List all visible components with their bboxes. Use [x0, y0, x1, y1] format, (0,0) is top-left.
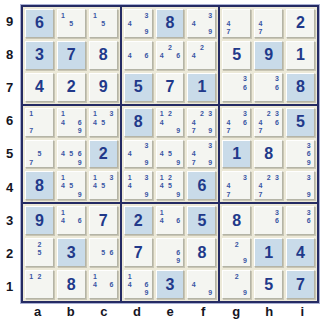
pencilmark-3: 3 — [206, 142, 214, 150]
pencilmark-9: 9 — [75, 190, 83, 198]
pencilmark-7: 7 — [256, 190, 264, 198]
pencilmark-5: 5 — [166, 182, 174, 190]
pencilmark-1: 1 — [27, 110, 35, 118]
pencilmark-3: 3 — [241, 110, 249, 118]
cell-f4[interactable]: 6 — [187, 171, 216, 200]
cell-b7[interactable]: 2 — [57, 73, 86, 102]
pencilmark-9: 9 — [206, 289, 214, 297]
digit: 4 — [35, 79, 44, 95]
pencilmark-5: 5 — [99, 249, 107, 257]
pencilmark-3: 3 — [142, 142, 150, 150]
pencilmarks: 36 — [256, 75, 281, 100]
pencilmark-6: 6 — [107, 280, 115, 288]
cell-d5[interactable]: 349 — [124, 140, 153, 169]
pencilmarks: 36 — [256, 208, 281, 233]
pencilmark-9: 9 — [174, 158, 182, 166]
pencilmark-3: 3 — [273, 208, 281, 216]
cell-c9[interactable]: 15 — [89, 9, 118, 38]
cell-h3[interactable]: 36 — [254, 206, 283, 235]
cell-b9[interactable]: 15 — [57, 9, 86, 38]
digit: 1 — [232, 146, 241, 162]
pencilmark-5: 5 — [166, 150, 174, 158]
pencilmark-3: 3 — [241, 173, 249, 181]
pencilmark-2: 2 — [233, 272, 241, 280]
cell-a9[interactable]: 6 — [25, 9, 54, 38]
cell-h5[interactable]: 8 — [254, 140, 283, 169]
cell-d2[interactable]: 7 — [124, 238, 153, 267]
pencilmark-4: 4 — [91, 182, 99, 190]
pencilmark-2: 2 — [198, 110, 206, 118]
pencilmark-1: 1 — [27, 272, 35, 280]
cell-a5[interactable]: 57 — [25, 140, 54, 169]
pencilmark-9: 9 — [75, 158, 83, 166]
pencilmark-4: 4 — [126, 51, 134, 59]
pencilmarks: 36 — [224, 75, 249, 100]
pencilmarks: 12 — [27, 272, 52, 297]
pencilmark-4: 4 — [189, 280, 197, 288]
pencilmark-1: 1 — [59, 11, 67, 19]
pencilmark-3: 3 — [305, 173, 313, 181]
pencilmarks: 29 — [224, 272, 249, 297]
pencilmark-2: 2 — [166, 110, 174, 118]
cell-e6[interactable]: 1249 — [156, 108, 185, 137]
cell-d3[interactable]: 2 — [124, 206, 153, 235]
digit: 8 — [134, 114, 143, 130]
pencilmark-5: 5 — [99, 118, 107, 126]
digit: 7 — [99, 213, 108, 229]
box-r2c2: 8363629142957 — [220, 204, 317, 301]
cell-a7[interactable]: 4 — [25, 73, 54, 102]
row-label-8: 8 — [0, 38, 19, 71]
cell-d4[interactable]: 1349 — [124, 171, 153, 200]
pencilmark-5: 5 — [67, 182, 75, 190]
pencilmarks: 146 — [158, 208, 183, 233]
pencilmarks: 4569 — [59, 142, 84, 167]
pencilmark-3: 3 — [142, 173, 150, 181]
cell-c8[interactable]: 8 — [89, 41, 118, 70]
pencilmark-4: 4 — [158, 118, 166, 126]
pencilmarks: 349 — [189, 11, 214, 36]
pencilmark-4: 4 — [224, 182, 232, 190]
cell-e4[interactable]: 12459 — [156, 171, 185, 200]
pencilmark-7: 7 — [256, 28, 264, 36]
cell-i9[interactable]: 2 — [286, 9, 315, 38]
digit: 8 — [296, 79, 305, 95]
cell-b3[interactable]: 146 — [57, 206, 86, 235]
pencilmarks: 146 — [59, 208, 84, 233]
digit: 8 — [166, 15, 175, 31]
pencilmarks: 1469 — [126, 272, 151, 297]
pencilmark-1: 1 — [91, 110, 99, 118]
digit: 7 — [134, 245, 143, 261]
cell-g7[interactable]: 36 — [222, 73, 251, 102]
cell-b8[interactable]: 7 — [57, 41, 86, 70]
pencilmark-2: 2 — [35, 240, 43, 248]
pencilmark-6: 6 — [174, 217, 182, 225]
digit: 5 — [296, 114, 305, 130]
col-label-f: f — [187, 303, 220, 320]
digit: 7 — [67, 47, 76, 63]
digit: 3 — [67, 245, 76, 261]
pencilmark-4: 4 — [158, 51, 166, 59]
row-label-6: 6 — [0, 104, 19, 137]
pencilmark-5: 5 — [35, 150, 43, 158]
pencilmarks: 349 — [126, 11, 151, 36]
pencilmark-6: 6 — [107, 249, 115, 257]
cell-h4[interactable]: 2347 — [254, 171, 283, 200]
pencilmark-7: 7 — [224, 190, 232, 198]
cell-g2[interactable]: 29 — [222, 238, 251, 267]
box-r1c2: 346723467518369347234739 — [220, 106, 317, 203]
cell-d9[interactable]: 349 — [124, 9, 153, 38]
cell-f6[interactable]: 23479 — [187, 108, 216, 137]
pencilmark-6: 6 — [273, 118, 281, 126]
cell-a1[interactable]: 12 — [25, 270, 54, 299]
digit: 8 — [264, 146, 273, 162]
pencilmark-9: 9 — [174, 190, 182, 198]
digit: 3 — [35, 47, 44, 63]
cell-i7[interactable]: 8 — [286, 73, 315, 102]
cell-d7[interactable]: 5 — [124, 73, 153, 102]
digit: 8 — [197, 245, 206, 261]
row-label-7: 7 — [0, 71, 19, 104]
digit: 5 — [232, 47, 241, 63]
pencilmark-5: 5 — [99, 182, 107, 190]
row-label-2: 2 — [0, 237, 19, 270]
pencilmark-2: 2 — [198, 43, 206, 51]
col-label-a: a — [21, 303, 54, 320]
digit: 5 — [197, 213, 206, 229]
cell-h6[interactable]: 23467 — [254, 108, 283, 137]
pencilmarks: 36 — [288, 208, 313, 233]
pencilmark-7: 7 — [224, 28, 232, 36]
pencilmark-5: 5 — [67, 19, 75, 27]
pencilmarks: 17 — [27, 110, 52, 135]
pencilmark-9: 9 — [174, 257, 182, 265]
pencilmark-3: 3 — [273, 173, 281, 181]
pencilmarks: 15 — [59, 11, 84, 36]
cell-e1[interactable]: 3 — [156, 270, 185, 299]
pencilmark-1: 1 — [59, 110, 67, 118]
row-label-4: 4 — [0, 171, 19, 204]
col-label-c: c — [87, 303, 120, 320]
pencilmark-4: 4 — [91, 118, 99, 126]
digit: 8 — [67, 277, 76, 293]
pencilmarks: 349 — [126, 142, 151, 167]
pencilmarks: 39 — [288, 173, 313, 198]
pencilmark-7: 7 — [189, 126, 197, 134]
cell-g5[interactable]: 1 — [222, 140, 251, 169]
cell-i8[interactable]: 1 — [286, 41, 315, 70]
pencilmark-4: 4 — [126, 280, 134, 288]
pencilmark-5: 5 — [35, 249, 43, 257]
pencilmarks: 1345 — [91, 110, 116, 135]
cell-a4[interactable]: 8 — [25, 171, 54, 200]
cell-b6[interactable]: 1469 — [57, 108, 86, 137]
row-label-5: 5 — [0, 137, 19, 170]
pencilmarks: 57 — [27, 142, 52, 167]
digit: 8 — [232, 213, 241, 229]
pencilmark-4: 4 — [189, 118, 197, 126]
pencilmark-4: 4 — [189, 150, 197, 158]
pencilmark-4: 4 — [91, 280, 99, 288]
pencilmark-4: 4 — [189, 19, 197, 27]
pencilmarks: 15 — [91, 11, 116, 36]
pencilmark-1: 1 — [91, 173, 99, 181]
pencilmark-6: 6 — [142, 51, 150, 59]
pencilmarks: 3467 — [224, 110, 249, 135]
digit: 2 — [296, 15, 305, 31]
row-label-1: 1 — [0, 270, 19, 303]
col-label-h: h — [253, 303, 286, 320]
col-label-g: g — [220, 303, 253, 320]
cell-i4[interactable]: 39 — [286, 171, 315, 200]
pencilmarks: 23479 — [189, 110, 214, 135]
cell-g4[interactable]: 347 — [222, 171, 251, 200]
box-r0c2: 4747259136368 — [220, 7, 317, 104]
pencilmark-4: 4 — [59, 118, 67, 126]
pencilmark-3: 3 — [305, 142, 313, 150]
pencilmark-9: 9 — [75, 126, 83, 134]
pencilmark-4: 4 — [158, 182, 166, 190]
digit: 9 — [264, 47, 273, 63]
cell-g8[interactable]: 5 — [222, 41, 251, 70]
pencilmarks: 47 — [256, 11, 281, 36]
cell-d1[interactable]: 1469 — [124, 270, 153, 299]
digit: 9 — [99, 79, 108, 95]
pencilmark-6: 6 — [174, 51, 182, 59]
digit: 2 — [67, 79, 76, 95]
column-coordinate-labels: abcdefghi — [21, 303, 319, 320]
pencilmark-3: 3 — [142, 11, 150, 19]
cell-e9[interactable]: 8 — [156, 9, 185, 38]
cell-h2[interactable]: 1 — [254, 238, 283, 267]
box-r2c1: 2146576981469349 — [122, 204, 219, 301]
cell-f2[interactable]: 8 — [187, 238, 216, 267]
cell-a2[interactable]: 25 — [25, 238, 54, 267]
cell-b2[interactable]: 3 — [57, 238, 86, 267]
pencilmarks: 12459 — [158, 173, 183, 198]
pencilmark-4: 4 — [256, 118, 264, 126]
cell-h7[interactable]: 36 — [254, 73, 283, 102]
cell-c1[interactable]: 146 — [89, 270, 118, 299]
pencilmarks: 1349 — [126, 173, 151, 198]
cell-d8[interactable]: 46 — [124, 41, 153, 70]
pencilmark-2: 2 — [166, 43, 174, 51]
pencilmark-2: 2 — [166, 173, 174, 181]
cell-c4[interactable]: 1345 — [89, 171, 118, 200]
pencilmark-6: 6 — [174, 249, 182, 257]
pencilmarks: 459 — [158, 142, 183, 167]
pencilmark-4: 4 — [59, 150, 67, 158]
box-r2c0: 9146725356128146 — [23, 204, 120, 301]
pencilmark-6: 6 — [75, 217, 83, 225]
pencilmark-3: 3 — [206, 11, 214, 19]
pencilmark-9: 9 — [206, 126, 214, 134]
pencilmarks: 146 — [91, 272, 116, 297]
digit: 5 — [134, 79, 143, 95]
cell-e2[interactable]: 69 — [156, 238, 185, 267]
cell-h1[interactable]: 5 — [254, 270, 283, 299]
pencilmark-3: 3 — [206, 110, 214, 118]
box-r1c1: 812492347934945934791349124596 — [122, 106, 219, 203]
pencilmark-4: 4 — [256, 182, 264, 190]
pencilmark-4: 4 — [224, 19, 232, 27]
digit: 1 — [296, 47, 305, 63]
cell-h9[interactable]: 47 — [254, 9, 283, 38]
pencilmark-4: 4 — [189, 51, 197, 59]
cell-f9[interactable]: 349 — [187, 9, 216, 38]
pencilmark-1: 1 — [126, 173, 134, 181]
pencilmark-4: 4 — [59, 217, 67, 225]
pencilmark-6: 6 — [305, 217, 313, 225]
digit: 3 — [166, 277, 175, 293]
col-label-i: i — [286, 303, 319, 320]
pencilmark-5: 5 — [99, 19, 107, 27]
cell-a8[interactable]: 3 — [25, 41, 54, 70]
cell-c2[interactable]: 56 — [89, 238, 118, 267]
pencilmarks: 1345 — [91, 173, 116, 198]
pencilmark-6: 6 — [273, 83, 281, 91]
digit: 9 — [35, 213, 44, 229]
cell-a3[interactable]: 9 — [25, 206, 54, 235]
digit: 2 — [99, 146, 108, 162]
cell-e7[interactable]: 7 — [156, 73, 185, 102]
cell-i6[interactable]: 5 — [286, 108, 315, 137]
cell-e3[interactable]: 146 — [156, 206, 185, 235]
box-r1c0: 17146913455745692814591345 — [23, 106, 120, 203]
digit: 8 — [35, 178, 44, 194]
row-label-9: 9 — [0, 5, 19, 38]
cell-f1[interactable]: 49 — [187, 270, 216, 299]
pencilmark-1: 1 — [91, 272, 99, 280]
cell-g3[interactable]: 8 — [222, 206, 251, 235]
pencilmark-1: 1 — [158, 173, 166, 181]
pencilmark-4: 4 — [224, 118, 232, 126]
pencilmarks: 69 — [158, 240, 183, 265]
pencilmark-9: 9 — [174, 126, 182, 134]
cell-d6[interactable]: 8 — [124, 108, 153, 137]
pencilmarks: 347 — [224, 173, 249, 198]
digit: 8 — [99, 47, 108, 63]
pencilmark-6: 6 — [241, 118, 249, 126]
pencilmarks: 56 — [91, 240, 116, 265]
cell-g1[interactable]: 29 — [222, 270, 251, 299]
pencilmark-9: 9 — [305, 190, 313, 198]
row-label-3: 3 — [0, 204, 19, 237]
cell-c7[interactable]: 9 — [89, 73, 118, 102]
pencilmarks: 1469 — [59, 110, 84, 135]
pencilmark-4: 4 — [126, 150, 134, 158]
pencilmark-3: 3 — [241, 75, 249, 83]
pencilmark-6: 6 — [75, 150, 83, 158]
pencilmarks: 47 — [224, 11, 249, 36]
pencilmarks: 246 — [158, 43, 183, 68]
pencilmark-2: 2 — [265, 173, 273, 181]
cell-g6[interactable]: 3467 — [222, 108, 251, 137]
pencilmark-7: 7 — [27, 158, 35, 166]
cell-i5[interactable]: 369 — [286, 140, 315, 169]
row-coordinate-labels: 987654321 — [0, 5, 19, 303]
digit: 4 — [296, 245, 305, 261]
cell-e5[interactable]: 459 — [156, 140, 185, 169]
cell-e8[interactable]: 246 — [156, 41, 185, 70]
pencilmark-3: 3 — [107, 173, 115, 181]
pencilmark-5: 5 — [67, 150, 75, 158]
cell-f5[interactable]: 3479 — [187, 140, 216, 169]
digit: 2 — [134, 213, 143, 229]
pencilmark-3: 3 — [107, 110, 115, 118]
pencilmark-7: 7 — [256, 126, 264, 134]
digit: 6 — [35, 15, 44, 31]
cell-f3[interactable]: 5 — [187, 206, 216, 235]
cell-c5[interactable]: 2 — [89, 140, 118, 169]
cell-i1[interactable]: 7 — [286, 270, 315, 299]
cell-f7[interactable]: 1 — [187, 73, 216, 102]
pencilmarks: 369 — [288, 142, 313, 167]
pencilmark-9: 9 — [142, 158, 150, 166]
pencilmark-1: 1 — [59, 173, 67, 181]
col-label-e: e — [153, 303, 186, 320]
cell-i2[interactable]: 4 — [286, 238, 315, 267]
cell-b4[interactable]: 1459 — [57, 171, 86, 200]
pencilmark-3: 3 — [273, 110, 281, 118]
col-label-b: b — [54, 303, 87, 320]
pencilmarks: 1459 — [59, 173, 84, 198]
pencilmark-6: 6 — [142, 280, 150, 288]
pencilmarks: 1249 — [158, 110, 183, 135]
cell-b5[interactable]: 4569 — [57, 140, 86, 169]
cell-g9[interactable]: 47 — [222, 9, 251, 38]
pencilmarks: 23467 — [256, 110, 281, 135]
digit: 6 — [197, 178, 206, 194]
pencilmark-2: 2 — [233, 240, 241, 248]
pencilmark-1: 1 — [91, 11, 99, 19]
pencilmark-6: 6 — [305, 150, 313, 158]
pencilmark-4: 4 — [158, 217, 166, 225]
digit: 7 — [166, 79, 175, 95]
pencilmark-9: 9 — [241, 257, 249, 265]
cell-h8[interactable]: 9 — [254, 41, 283, 70]
pencilmark-7: 7 — [27, 126, 35, 134]
pencilmark-2: 2 — [35, 272, 43, 280]
pencilmark-9: 9 — [142, 190, 150, 198]
pencilmark-4: 4 — [126, 182, 134, 190]
digit: 1 — [264, 245, 273, 261]
digit: 1 — [197, 79, 206, 95]
box-r0c0: 61515378429 — [23, 7, 120, 104]
pencilmark-1: 1 — [126, 272, 134, 280]
pencilmark-7: 7 — [189, 158, 197, 166]
cell-c6[interactable]: 1345 — [89, 108, 118, 137]
pencilmark-6: 6 — [273, 217, 281, 225]
cell-i3[interactable]: 36 — [286, 206, 315, 235]
col-label-d: d — [120, 303, 153, 320]
pencilmark-4: 4 — [256, 19, 264, 27]
cell-f8[interactable]: 24 — [187, 41, 216, 70]
cell-a6[interactable]: 17 — [25, 108, 54, 137]
pencilmark-9: 9 — [241, 289, 249, 297]
pencilmarks: 46 — [126, 43, 151, 68]
cell-b1[interactable]: 8 — [57, 270, 86, 299]
pencilmark-9: 9 — [305, 158, 313, 166]
pencilmarks: 3479 — [189, 142, 214, 167]
pencilmark-1: 1 — [59, 208, 67, 216]
cell-c3[interactable]: 7 — [89, 206, 118, 235]
pencilmarks: 24 — [189, 43, 214, 68]
sudoku-board: 6151537842934983494624624571474725913636… — [21, 5, 319, 303]
pencilmarks: 25 — [27, 240, 52, 265]
